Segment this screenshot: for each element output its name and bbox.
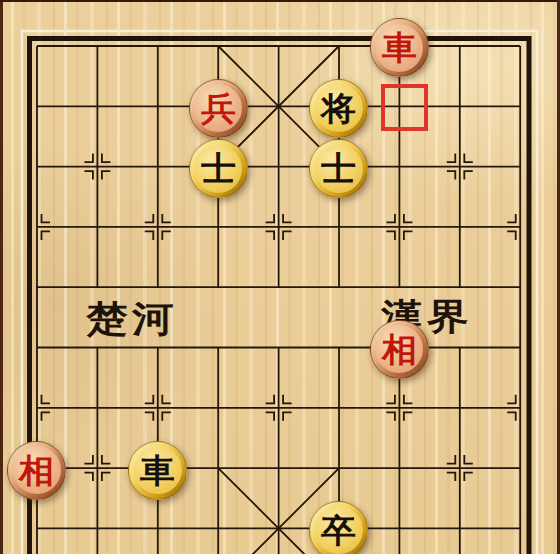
piece-glyph: 車 — [382, 19, 417, 76]
xiangqi-board-screen: 楚河 漢界 車兵将士士相相車卒 — [0, 0, 560, 554]
piece-glyph: 卒 — [321, 502, 356, 554]
piece-glyph: 兵 — [201, 80, 236, 137]
piece-red-elephant[interactable]: 相 — [370, 320, 429, 379]
piece-glyph: 相 — [382, 321, 417, 378]
piece-black-general[interactable]: 将 — [309, 79, 368, 138]
piece-glyph: 士 — [201, 140, 236, 197]
piece-red-elephant[interactable]: 相 — [7, 441, 66, 500]
piece-red-soldier[interactable]: 兵 — [189, 79, 248, 138]
piece-glyph: 相 — [19, 442, 54, 499]
piece-glyph: 将 — [321, 80, 356, 137]
piece-black-soldier[interactable]: 卒 — [309, 501, 368, 554]
board-grid[interactable]: 車兵将士士相相車卒 — [7, 16, 551, 554]
piece-black-advisor[interactable]: 士 — [189, 139, 248, 198]
piece-glyph: 車 — [140, 442, 175, 499]
last-move-marker — [381, 84, 428, 131]
piece-red-chariot[interactable]: 車 — [370, 18, 429, 77]
piece-black-chariot[interactable]: 車 — [128, 441, 187, 500]
piece-glyph: 士 — [321, 140, 356, 197]
piece-black-advisor[interactable]: 士 — [309, 139, 368, 198]
